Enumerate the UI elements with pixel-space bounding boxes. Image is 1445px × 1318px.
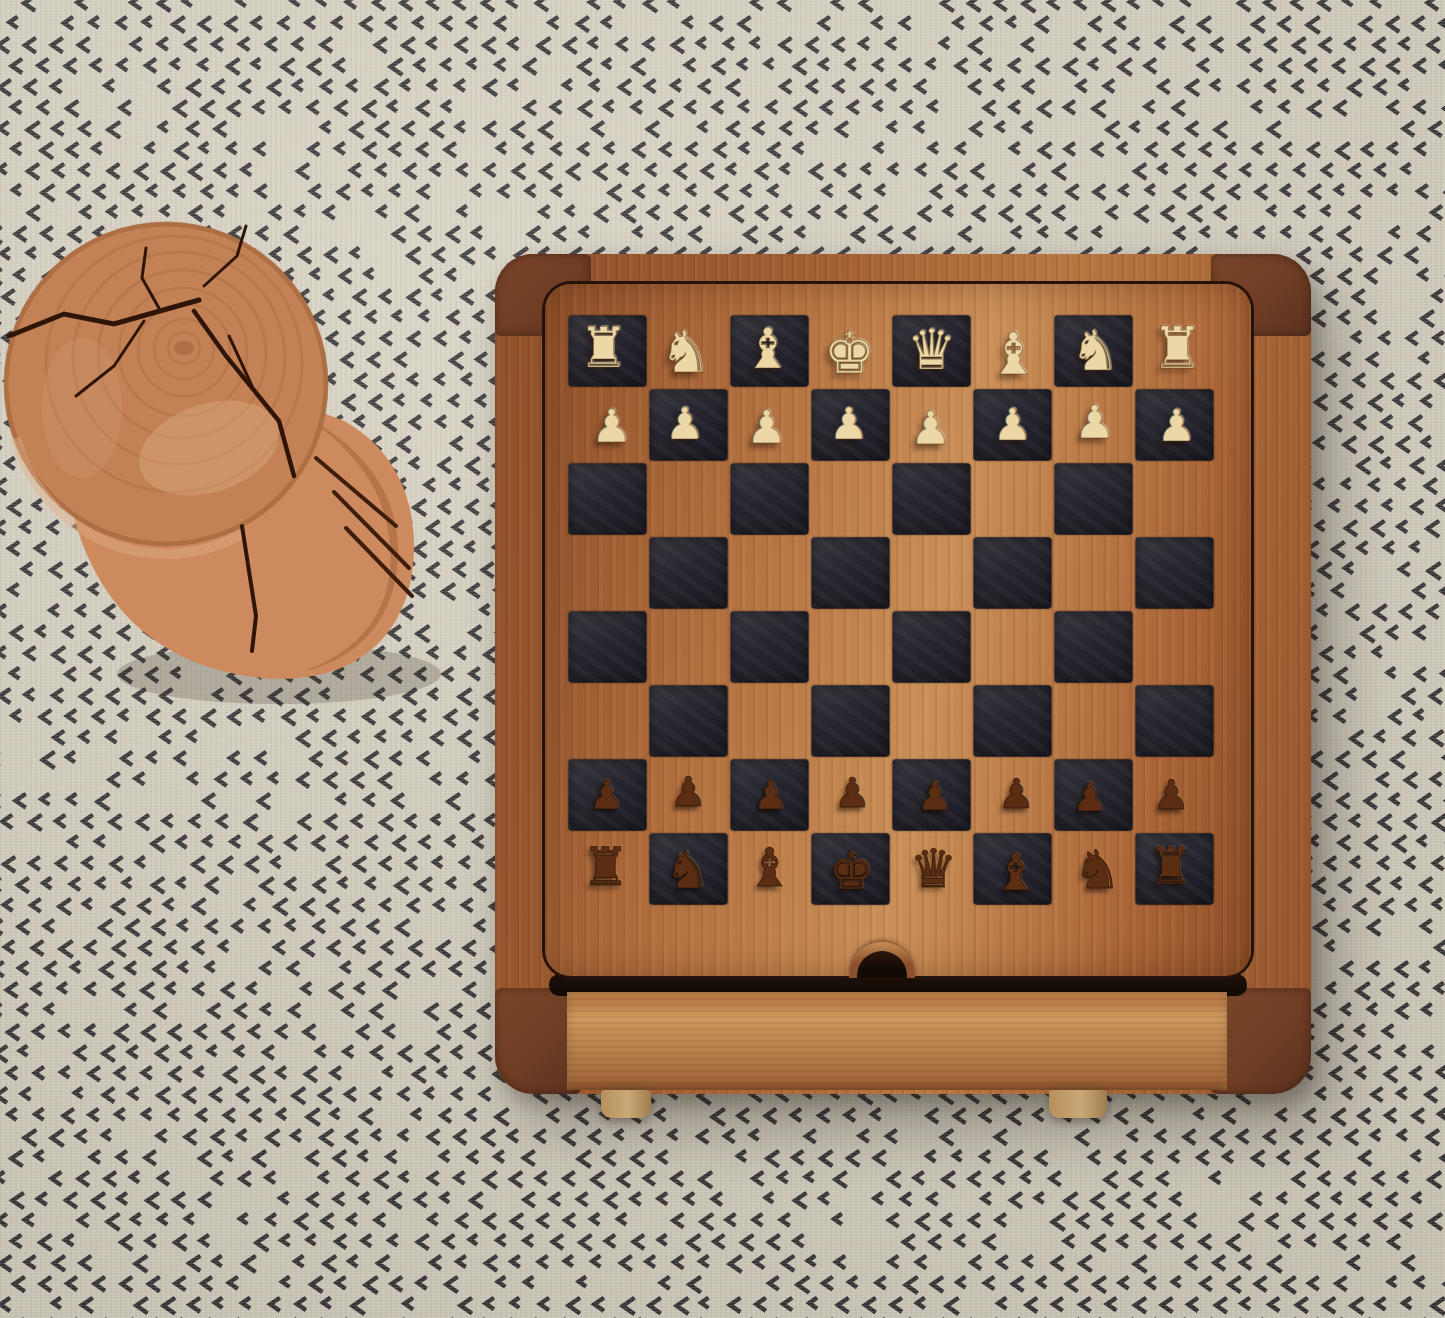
- black-bishop[interactable]: ♝: [746, 841, 794, 894]
- white-rook[interactable]: ♜: [1152, 319, 1204, 377]
- square-h8[interactable]: ♜: [567, 832, 648, 906]
- square-d4[interactable]: [891, 536, 972, 610]
- square-f5[interactable]: [730, 611, 808, 682]
- black-queen[interactable]: ♛: [910, 842, 958, 895]
- square-c8[interactable]: ♝: [973, 833, 1051, 904]
- square-b4[interactable]: [1053, 536, 1134, 610]
- square-a5[interactable]: [1134, 610, 1215, 684]
- white-bishop[interactable]: ♝: [742, 321, 792, 377]
- white-pawn[interactable]: ♟: [665, 401, 705, 445]
- square-b6[interactable]: [1053, 684, 1134, 758]
- square-d7[interactable]: ♟: [892, 759, 970, 830]
- square-c6[interactable]: [973, 685, 1051, 756]
- square-a4[interactable]: [1135, 537, 1213, 608]
- square-g2[interactable]: ♟: [649, 389, 727, 460]
- square-g1[interactable]: ♞: [648, 314, 729, 388]
- white-pawn[interactable]: ♟: [1157, 404, 1197, 448]
- square-e8[interactable]: ♚: [811, 833, 889, 904]
- square-h6[interactable]: [567, 684, 648, 758]
- black-pawn[interactable]: ♟: [670, 772, 707, 813]
- square-c2[interactable]: ♟: [973, 389, 1051, 460]
- square-f3[interactable]: [730, 463, 808, 534]
- black-rook[interactable]: ♜: [582, 840, 630, 893]
- square-c5[interactable]: [972, 610, 1053, 684]
- square-f6[interactable]: [729, 684, 810, 758]
- table-foot-right: [1049, 1090, 1107, 1118]
- black-pawn[interactable]: ♟: [1153, 775, 1190, 816]
- square-b2[interactable]: ♟: [1053, 388, 1134, 462]
- square-h4[interactable]: [567, 536, 648, 610]
- square-f2[interactable]: ♟: [729, 388, 810, 462]
- black-pawn[interactable]: ♟: [998, 774, 1035, 815]
- log-stool: [0, 196, 464, 716]
- white-pawn[interactable]: ♟: [746, 404, 787, 450]
- square-b5[interactable]: [1054, 611, 1132, 682]
- white-knight[interactable]: ♞: [1070, 323, 1120, 379]
- square-c7[interactable]: ♟: [972, 758, 1053, 832]
- chess-board: ♜♞♝♚♛♝♞♜♟♟♟♟♟♟♟♟♟♟♟♟♟♟♟♟♜♞♝♚♛♝♞♜: [567, 314, 1215, 906]
- square-e3[interactable]: [810, 462, 891, 536]
- black-pawn[interactable]: ♟: [917, 777, 952, 817]
- square-b7[interactable]: ♟: [1054, 759, 1132, 830]
- square-g7[interactable]: ♟: [648, 758, 729, 832]
- square-a6[interactable]: [1135, 685, 1213, 756]
- stool-heart-knot: [174, 341, 194, 355]
- black-knight[interactable]: ♞: [1074, 843, 1122, 896]
- black-pawn[interactable]: ♟: [589, 775, 624, 815]
- square-a3[interactable]: [1134, 462, 1215, 536]
- square-e7[interactable]: ♟: [810, 758, 891, 832]
- square-f1[interactable]: ♝: [730, 315, 808, 386]
- square-a7[interactable]: ♟: [1134, 758, 1215, 832]
- square-e1[interactable]: ♚: [810, 314, 891, 388]
- black-king[interactable]: ♚: [829, 845, 875, 896]
- square-d6[interactable]: [891, 684, 972, 758]
- square-c3[interactable]: [972, 462, 1053, 536]
- box-front-panel: [567, 992, 1227, 1090]
- square-g3[interactable]: [648, 462, 729, 536]
- square-c1[interactable]: ♝: [972, 314, 1053, 388]
- scene: ♜♞♝♚♛♝♞♜♟♟♟♟♟♟♟♟♟♟♟♟♟♟♟♟♜♞♝♚♛♝♞♜: [0, 0, 1445, 1318]
- finger-notch-hole: [857, 951, 907, 978]
- square-d5[interactable]: [892, 611, 970, 682]
- finger-notch[interactable]: [849, 942, 915, 978]
- white-pawn[interactable]: ♟: [829, 402, 869, 446]
- square-f7[interactable]: ♟: [730, 759, 808, 830]
- black-pawn[interactable]: ♟: [834, 773, 871, 814]
- square-d2[interactable]: ♟: [891, 388, 972, 462]
- square-h5[interactable]: [568, 611, 646, 682]
- black-knight[interactable]: ♞: [665, 844, 711, 895]
- white-pawn[interactable]: ♟: [910, 405, 951, 451]
- square-a2[interactable]: ♟: [1135, 389, 1213, 460]
- white-pawn[interactable]: ♟: [1074, 399, 1115, 445]
- square-e2[interactable]: ♟: [811, 389, 889, 460]
- square-h7[interactable]: ♟: [568, 759, 646, 830]
- black-pawn[interactable]: ♟: [753, 776, 788, 816]
- black-pawn[interactable]: ♟: [1072, 778, 1107, 818]
- stool-light-patch-left: [42, 338, 122, 478]
- square-e6[interactable]: [811, 685, 889, 756]
- black-bishop[interactable]: ♝: [992, 846, 1038, 897]
- white-pawn[interactable]: ♟: [993, 403, 1033, 447]
- square-a8[interactable]: ♜: [1135, 833, 1213, 904]
- square-d8[interactable]: ♛: [891, 832, 972, 906]
- square-d3[interactable]: [892, 463, 970, 534]
- square-h1[interactable]: ♜: [568, 315, 646, 386]
- square-h2[interactable]: ♟: [567, 388, 648, 462]
- square-d1[interactable]: ♛: [892, 315, 970, 386]
- square-b3[interactable]: [1054, 463, 1132, 534]
- white-bishop[interactable]: ♝: [988, 325, 1040, 383]
- square-a1[interactable]: ♜: [1134, 314, 1215, 388]
- white-queen[interactable]: ♛: [906, 322, 956, 378]
- square-h3[interactable]: [568, 463, 646, 534]
- square-e5[interactable]: [810, 610, 891, 684]
- white-pawn[interactable]: ♟: [591, 403, 632, 449]
- chess-box-table: ♜♞♝♚♛♝♞♜♟♟♟♟♟♟♟♟♟♟♟♟♟♟♟♟♜♞♝♚♛♝♞♜: [495, 254, 1311, 1094]
- board-lid: ♜♞♝♚♛♝♞♜♟♟♟♟♟♟♟♟♟♟♟♟♟♟♟♟♜♞♝♚♛♝♞♜: [545, 284, 1251, 976]
- white-king[interactable]: ♚: [824, 324, 876, 382]
- square-b1[interactable]: ♞: [1054, 315, 1132, 386]
- square-f8[interactable]: ♝: [729, 832, 810, 906]
- square-f4[interactable]: [729, 536, 810, 610]
- white-knight[interactable]: ♞: [660, 323, 712, 381]
- square-e4[interactable]: [811, 537, 889, 608]
- black-rook[interactable]: ♜: [1148, 841, 1194, 892]
- square-c4[interactable]: [973, 537, 1051, 608]
- square-b8[interactable]: ♞: [1053, 832, 1134, 906]
- square-g4[interactable]: [649, 537, 727, 608]
- white-rook[interactable]: ♜: [579, 320, 629, 376]
- square-g6[interactable]: [649, 685, 727, 756]
- table-foot-left: [601, 1090, 651, 1118]
- square-g8[interactable]: ♞: [649, 833, 727, 904]
- square-g5[interactable]: [648, 610, 729, 684]
